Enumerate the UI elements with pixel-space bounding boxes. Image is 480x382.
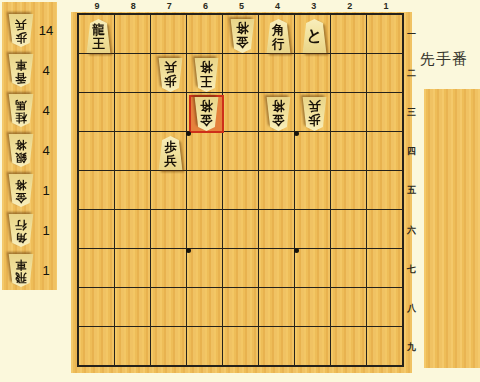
board-square[interactable] xyxy=(331,132,366,170)
board-grid: 龍 王 金 将 角 行 と 歩 兵 王 将 金 将 金 将 歩 兵 歩 兵 xyxy=(77,13,404,367)
board-square[interactable] xyxy=(151,327,186,365)
board-square[interactable] xyxy=(331,249,366,287)
board-square[interactable] xyxy=(115,132,150,170)
hand-entry[interactable]: 歩 兵 14 xyxy=(2,10,57,50)
file-label: 8 xyxy=(115,1,151,12)
board-square[interactable] xyxy=(79,54,114,92)
hand-entry[interactable]: 香 車 4 xyxy=(2,50,57,90)
file-label: 6 xyxy=(187,1,223,12)
piece-33-gote-pawn[interactable]: 歩 兵 xyxy=(301,97,328,131)
board-square[interactable] xyxy=(367,54,402,92)
board-square[interactable] xyxy=(331,327,366,365)
board-square[interactable] xyxy=(79,132,114,170)
rank-label: 七 xyxy=(404,250,419,289)
board-square[interactable] xyxy=(295,132,330,170)
hand-entry[interactable]: 桂 馬 4 xyxy=(2,90,57,130)
board-square[interactable] xyxy=(187,288,222,326)
hand-piece-silver[interactable]: 銀 将 xyxy=(7,134,35,167)
board-square[interactable] xyxy=(367,249,402,287)
board-square[interactable] xyxy=(295,288,330,326)
file-label: 9 xyxy=(79,1,115,12)
board-square[interactable] xyxy=(187,15,222,53)
hand-count: 4 xyxy=(35,63,57,78)
hand-piece-lance[interactable]: 香 車 xyxy=(7,54,35,87)
board-square[interactable] xyxy=(79,327,114,365)
board-square[interactable] xyxy=(187,132,222,170)
hand-piece-pawn[interactable]: 歩 兵 xyxy=(7,14,35,47)
hand-entry[interactable]: 飛 車 1 xyxy=(2,250,57,290)
hand-piece-gold[interactable]: 金 将 xyxy=(7,174,35,207)
star-point xyxy=(294,131,299,136)
board-square[interactable] xyxy=(295,249,330,287)
board-square[interactable] xyxy=(115,249,150,287)
rank-label: 四 xyxy=(404,132,419,171)
board-square[interactable] xyxy=(187,171,222,209)
rank-label: 一 xyxy=(404,15,419,54)
board-square[interactable] xyxy=(79,171,114,209)
board-square[interactable] xyxy=(187,210,222,248)
file-labels: 9 8 7 6 5 4 3 2 1 xyxy=(79,1,404,12)
board-square[interactable] xyxy=(79,249,114,287)
board-square[interactable] xyxy=(367,171,402,209)
piece-41-sente-bishop[interactable]: 角 行 xyxy=(265,19,292,53)
board-square[interactable] xyxy=(331,93,366,131)
board-square[interactable] xyxy=(259,132,294,170)
board-square[interactable] xyxy=(367,210,402,248)
board-square[interactable] xyxy=(187,327,222,365)
board-square[interactable] xyxy=(115,93,150,131)
board-square[interactable] xyxy=(151,288,186,326)
board-square[interactable] xyxy=(151,249,186,287)
shogi-board: 龍 王 金 将 角 行 と 歩 兵 王 将 金 将 金 将 歩 兵 歩 兵 xyxy=(71,12,412,373)
sente-hand-tray xyxy=(424,89,480,368)
board-square[interactable] xyxy=(223,132,258,170)
board-square[interactable] xyxy=(259,249,294,287)
hand-count: 14 xyxy=(35,23,57,38)
board-square[interactable] xyxy=(115,210,150,248)
board-square[interactable] xyxy=(367,327,402,365)
board-square[interactable] xyxy=(115,15,150,53)
hand-count: 1 xyxy=(35,263,57,278)
hand-entry[interactable]: 銀 将 4 xyxy=(2,130,57,170)
board-square[interactable] xyxy=(367,15,402,53)
rank-label: 二 xyxy=(404,54,419,93)
board-square[interactable] xyxy=(295,327,330,365)
hand-entry[interactable]: 角 行 1 xyxy=(2,210,57,250)
file-label: 2 xyxy=(332,1,368,12)
board-square[interactable] xyxy=(331,171,366,209)
board-square[interactable] xyxy=(223,327,258,365)
board-square[interactable] xyxy=(223,93,258,131)
board-square[interactable] xyxy=(187,249,222,287)
board-square[interactable] xyxy=(367,288,402,326)
board-square[interactable] xyxy=(331,54,366,92)
board-square[interactable] xyxy=(223,171,258,209)
file-label: 1 xyxy=(368,1,404,12)
hand-count: 4 xyxy=(35,103,57,118)
board-square[interactable] xyxy=(259,171,294,209)
hand-count: 4 xyxy=(35,143,57,158)
file-label: 5 xyxy=(223,1,259,12)
rank-label: 五 xyxy=(404,171,419,210)
piece-43-gote-gold[interactable]: 金 将 xyxy=(265,97,292,131)
board-square[interactable] xyxy=(223,54,258,92)
star-point xyxy=(294,248,299,253)
piece-31-sente-tokin[interactable]: と xyxy=(301,19,328,53)
file-label: 7 xyxy=(151,1,187,12)
board-square[interactable] xyxy=(331,15,366,53)
file-label: 3 xyxy=(296,1,332,12)
hand-count: 1 xyxy=(35,183,57,198)
board-square[interactable] xyxy=(115,327,150,365)
hand-count: 1 xyxy=(35,223,57,238)
board-square[interactable] xyxy=(79,288,114,326)
rank-label: 六 xyxy=(404,211,419,250)
board-square[interactable] xyxy=(151,93,186,131)
board-square[interactable] xyxy=(259,288,294,326)
board-square[interactable] xyxy=(79,210,114,248)
board-square[interactable] xyxy=(259,327,294,365)
piece-51-gote-gold[interactable]: 金 将 xyxy=(229,19,256,53)
rank-labels: 一 二 三 四 五 六 七 八 九 xyxy=(404,15,419,367)
piece-72-gote-pawn[interactable]: 歩 兵 xyxy=(157,58,184,92)
board-square[interactable] xyxy=(79,93,114,131)
star-point xyxy=(186,248,191,253)
shogi-app: { "game": "shogi", "turn_indicator": "先手… xyxy=(0,0,480,382)
board-square[interactable] xyxy=(151,15,186,53)
piece-74-sente-pawn[interactable]: 歩 兵 xyxy=(157,136,184,170)
board-square[interactable] xyxy=(151,171,186,209)
rank-label: 九 xyxy=(404,328,419,367)
board-square[interactable] xyxy=(367,132,402,170)
piece-63-gote-gold-highlighted[interactable]: 金 将 xyxy=(193,97,220,131)
board-square[interactable] xyxy=(223,249,258,287)
board-square[interactable] xyxy=(295,54,330,92)
rank-label: 八 xyxy=(404,289,419,328)
board-square[interactable] xyxy=(151,210,186,248)
rank-label: 三 xyxy=(404,93,419,132)
board-square[interactable] xyxy=(367,93,402,131)
board-square[interactable] xyxy=(295,210,330,248)
file-label: 4 xyxy=(260,1,296,12)
hand-piece-bishop[interactable]: 角 行 xyxy=(7,214,35,247)
turn-indicator: 先手番 xyxy=(420,50,478,69)
board-square[interactable] xyxy=(223,288,258,326)
board-square[interactable] xyxy=(259,54,294,92)
board-square[interactable] xyxy=(331,210,366,248)
board-square[interactable] xyxy=(295,171,330,209)
piece-62-gote-king[interactable]: 王 将 xyxy=(193,58,220,92)
board-square[interactable] xyxy=(115,54,150,92)
board-square[interactable] xyxy=(115,288,150,326)
board-square[interactable] xyxy=(223,210,258,248)
piece-91-sente-dragon[interactable]: 龍 王 xyxy=(85,19,112,53)
hand-piece-knight[interactable]: 桂 馬 xyxy=(7,94,35,127)
board-square[interactable] xyxy=(331,288,366,326)
board-square[interactable] xyxy=(259,210,294,248)
hand-piece-rook[interactable]: 飛 車 xyxy=(7,254,35,287)
gote-hand-tray: 歩 兵 14 香 車 4 桂 馬 4 銀 将 4 金 将 1 角 行 1 飛 車… xyxy=(2,2,57,290)
hand-entry[interactable]: 金 将 1 xyxy=(2,170,57,210)
star-point xyxy=(186,131,191,136)
board-square[interactable] xyxy=(115,171,150,209)
